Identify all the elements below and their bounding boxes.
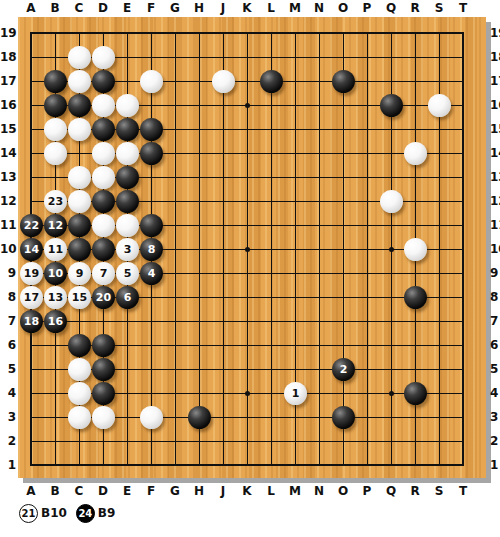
col-label-bottom-C: C: [67, 484, 91, 498]
stone-white-C12: [68, 190, 91, 213]
stone-black-D5: [92, 358, 115, 381]
row-label-right-5: 5: [490, 362, 500, 376]
row-label-left-13: 13: [0, 170, 16, 184]
move-number: 20: [96, 291, 111, 304]
stone-white-E9: 5: [116, 262, 139, 285]
stone-white-B14: [44, 142, 67, 165]
row-label-left-3: 3: [0, 410, 16, 424]
row-label-right-1: 1: [490, 458, 500, 472]
col-label-bottom-S: S: [427, 484, 451, 498]
stone-black-D4: [92, 382, 115, 405]
stone-white-F17: [140, 70, 163, 93]
stone-black-B7: 16: [44, 310, 67, 333]
stone-white-C13: [68, 166, 91, 189]
stone-black-C10: [68, 238, 91, 261]
col-label-bottom-D: D: [91, 484, 115, 498]
col-label-top-B: B: [43, 1, 67, 15]
stone-black-F11: [140, 214, 163, 237]
stone-black-F9: 4: [140, 262, 163, 285]
stone-black-F10: 8: [140, 238, 163, 261]
stone-white-B8: 13: [44, 286, 67, 309]
col-label-bottom-R: R: [403, 484, 427, 498]
col-label-bottom-M: M: [283, 484, 307, 498]
row-label-right-12: 12: [490, 194, 500, 208]
row-label-right-17: 17: [490, 74, 500, 88]
caption-coordinate: B10: [41, 506, 67, 520]
star-point-K10: [245, 247, 250, 252]
move-number: 22: [24, 219, 39, 232]
caption-stone-black-24: 24: [76, 504, 95, 523]
stone-black-O5: 2: [332, 358, 355, 381]
row-label-left-2: 2: [0, 434, 16, 448]
move-number: 11: [48, 243, 63, 256]
row-label-left-10: 10: [0, 242, 16, 256]
col-label-bottom-Q: Q: [379, 484, 403, 498]
row-label-right-15: 15: [490, 122, 500, 136]
col-label-bottom-A: A: [19, 484, 43, 498]
move-number: 19: [24, 267, 39, 280]
stone-black-B9: 10: [44, 262, 67, 285]
stone-black-O3: [332, 406, 355, 429]
col-label-bottom-N: N: [307, 484, 331, 498]
col-label-top-O: O: [331, 1, 355, 15]
stone-white-B12: 23: [44, 190, 67, 213]
col-label-top-S: S: [427, 1, 451, 15]
stone-black-B16: [44, 94, 67, 117]
col-label-top-Q: Q: [379, 1, 403, 15]
stone-black-L17: [260, 70, 283, 93]
move-number: 8: [148, 243, 156, 256]
col-label-bottom-H: H: [187, 484, 211, 498]
col-label-top-D: D: [91, 1, 115, 15]
row-label-left-11: 11: [0, 218, 16, 232]
stone-black-E15: [116, 118, 139, 141]
stone-white-D9: 7: [92, 262, 115, 285]
col-label-bottom-L: L: [259, 484, 283, 498]
col-label-bottom-O: O: [331, 484, 355, 498]
row-label-left-6: 6: [0, 338, 16, 352]
stone-black-O17: [332, 70, 355, 93]
move-number: 15: [72, 291, 87, 304]
stone-black-Q16: [380, 94, 403, 117]
stone-white-C15: [68, 118, 91, 141]
go-kifu-page: 23221214113819109754171315206181621 AABB…: [0, 0, 500, 537]
row-label-right-4: 4: [490, 386, 500, 400]
stone-white-S16: [428, 94, 451, 117]
col-label-bottom-J: J: [211, 484, 235, 498]
stone-white-D3: [92, 406, 115, 429]
star-point-K16: [245, 103, 250, 108]
stone-black-E12: [116, 190, 139, 213]
stone-black-R4: [404, 382, 427, 405]
stone-white-R10: [404, 238, 427, 261]
stone-white-A8: 17: [20, 286, 43, 309]
star-point-K4: [245, 391, 250, 396]
stone-white-M4: 1: [284, 382, 307, 405]
stone-white-D16: [92, 94, 115, 117]
move-number: 18: [24, 315, 39, 328]
stone-black-D15: [92, 118, 115, 141]
col-label-bottom-T: T: [451, 484, 475, 498]
stone-black-C16: [68, 94, 91, 117]
stone-black-C6: [68, 334, 91, 357]
stone-white-D13: [92, 166, 115, 189]
move-number: 16: [48, 315, 63, 328]
stone-white-D14: [92, 142, 115, 165]
move-number: 13: [48, 291, 63, 304]
stone-white-B10: 11: [44, 238, 67, 261]
row-label-right-9: 9: [490, 266, 500, 280]
stone-white-C18: [68, 46, 91, 69]
stone-black-B17: [44, 70, 67, 93]
stone-white-D11: [92, 214, 115, 237]
col-label-top-N: N: [307, 1, 331, 15]
stone-black-R8: [404, 286, 427, 309]
col-label-top-A: A: [19, 1, 43, 15]
col-label-bottom-P: P: [355, 484, 379, 498]
row-label-left-12: 12: [0, 194, 16, 208]
row-label-left-5: 5: [0, 362, 16, 376]
col-label-top-P: P: [355, 1, 379, 15]
row-label-right-7: 7: [490, 314, 500, 328]
move-number: 7: [100, 267, 108, 280]
row-label-right-14: 14: [490, 146, 500, 160]
move-number: 14: [24, 243, 39, 256]
col-label-top-E: E: [115, 1, 139, 15]
row-label-right-13: 13: [490, 170, 500, 184]
stone-black-A10: 14: [20, 238, 43, 261]
stone-black-E8: 6: [116, 286, 139, 309]
stone-white-C9: 9: [68, 262, 91, 285]
stone-white-E11: [116, 214, 139, 237]
move-number: 10: [48, 267, 63, 280]
col-label-top-K: K: [235, 1, 259, 15]
stone-black-F15: [140, 118, 163, 141]
row-label-left-14: 14: [0, 146, 16, 160]
row-label-left-16: 16: [0, 98, 16, 112]
stone-black-D17: [92, 70, 115, 93]
star-point-Q4: [389, 391, 394, 396]
row-label-right-16: 16: [490, 98, 500, 112]
row-label-left-18: 18: [0, 50, 16, 64]
move-number: 6: [124, 291, 132, 304]
row-label-left-4: 4: [0, 386, 16, 400]
col-label-bottom-K: K: [235, 484, 259, 498]
move-number: 23: [48, 195, 63, 208]
col-label-top-R: R: [403, 1, 427, 15]
row-label-right-10: 10: [490, 242, 500, 256]
row-label-left-19: 19: [0, 26, 16, 40]
col-label-top-G: G: [163, 1, 187, 15]
row-label-right-19: 19: [490, 26, 500, 40]
row-label-left-7: 7: [0, 314, 16, 328]
stone-white-C8: 15: [68, 286, 91, 309]
col-label-top-J: J: [211, 1, 235, 15]
stone-black-D8: 20: [92, 286, 115, 309]
stone-white-R14: [404, 142, 427, 165]
row-label-left-8: 8: [0, 290, 16, 304]
row-label-left-15: 15: [0, 122, 16, 136]
stone-black-B11: 12: [44, 214, 67, 237]
row-label-left-1: 1: [0, 458, 16, 472]
move-number: 3: [124, 243, 132, 256]
move-number: 5: [124, 267, 132, 280]
col-label-top-T: T: [451, 1, 475, 15]
stone-white-A9: 19: [20, 262, 43, 285]
stone-black-H3: [188, 406, 211, 429]
stone-white-J17: [212, 70, 235, 93]
col-label-top-H: H: [187, 1, 211, 15]
col-label-top-F: F: [139, 1, 163, 15]
stone-black-D12: [92, 190, 115, 213]
move-number: 9: [76, 267, 84, 280]
stone-white-Q12: [380, 190, 403, 213]
row-label-right-18: 18: [490, 50, 500, 64]
col-label-bottom-F: F: [139, 484, 163, 498]
stone-white-E14: [116, 142, 139, 165]
stone-white-C5: [68, 358, 91, 381]
row-label-right-6: 6: [490, 338, 500, 352]
row-label-left-9: 9: [0, 266, 16, 280]
go-board[interactable]: 23221214113819109754171315206181621: [18, 17, 486, 478]
col-label-bottom-E: E: [115, 484, 139, 498]
stone-black-F14: [140, 142, 163, 165]
row-label-right-2: 2: [490, 434, 500, 448]
star-point-Q10: [389, 247, 394, 252]
row-label-right-3: 3: [490, 410, 500, 424]
stone-black-A11: 22: [20, 214, 43, 237]
stone-black-C11: [68, 214, 91, 237]
col-label-top-M: M: [283, 1, 307, 15]
move-number: 1: [292, 387, 300, 400]
stone-black-E13: [116, 166, 139, 189]
move-number: 17: [24, 291, 39, 304]
row-label-right-8: 8: [490, 290, 500, 304]
stone-black-D6: [92, 334, 115, 357]
row-label-right-11: 11: [490, 218, 500, 232]
stone-white-F3: [140, 406, 163, 429]
move-number: 2: [340, 363, 348, 376]
stone-white-C3: [68, 406, 91, 429]
col-label-top-C: C: [67, 1, 91, 15]
stone-white-E10: 3: [116, 238, 139, 261]
col-label-bottom-G: G: [163, 484, 187, 498]
stone-white-C17: [68, 70, 91, 93]
move-number: 4: [148, 267, 156, 280]
stone-black-D10: [92, 238, 115, 261]
stone-white-E16: [116, 94, 139, 117]
move-number: 12: [48, 219, 63, 232]
stone-white-B15: [44, 118, 67, 141]
stone-black-A7: 18: [20, 310, 43, 333]
caption-coordinate: B9: [98, 506, 116, 520]
stone-white-D18: [92, 46, 115, 69]
caption: 21B1024B9: [19, 503, 124, 523]
stone-white-C4: [68, 382, 91, 405]
row-label-left-17: 17: [0, 74, 16, 88]
col-label-bottom-B: B: [43, 484, 67, 498]
col-label-top-L: L: [259, 1, 283, 15]
caption-stone-white-21: 21: [19, 504, 38, 523]
